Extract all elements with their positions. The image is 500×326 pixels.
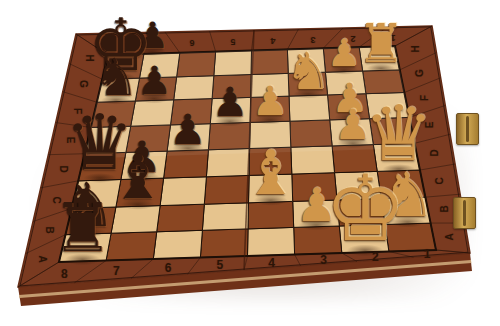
rank-label-far-5: 5 [230,36,235,45]
rank-label-near-4: 4 [268,257,275,269]
square-c6 [160,177,206,206]
square-a6 [153,230,202,259]
file-label-right-H: H [411,45,421,52]
piece-black-rook-a8: ♜ [52,196,112,263]
chess-set-photo: 8877665544332211AABBCCDDEEFFGGHH ♟♜♟♚♞♟♞… [0,0,500,326]
file-label-right-C: C [435,178,445,185]
rank-label-far-6: 6 [190,37,195,46]
square-b5 [202,203,248,231]
file-label-left-G: G [78,80,88,88]
rank-label-near-1: 1 [424,248,431,260]
file-label-left-A: A [37,256,47,263]
rank-label-near-5: 5 [217,259,224,271]
rank-label-near-7: 7 [113,265,120,277]
rank-label-near-8: 8 [61,268,68,280]
square-a4 [248,227,295,256]
file-label-right-G: G [415,69,425,77]
piece-white-pawn-h2: ♟ [327,34,361,72]
piece-black-bishop-c7: ♝ [111,147,166,208]
piece-white-pawn-f4: ♟ [252,82,288,122]
file-label-right-B: B [440,206,450,213]
piece-white-rook-h1: ♜ [357,18,405,71]
piece-black-pawn-g7: ♟ [137,62,172,101]
piece-black-pawn-f5: ♟ [212,83,248,123]
brass-hinge-bottom [453,197,476,229]
rank-label-near-6: 6 [165,262,172,274]
piece-black-pawn-e6: ♟ [169,109,206,151]
piece-white-king-a2: ♚ [324,164,406,255]
brass-hinge-top [456,113,479,145]
square-a5 [200,229,248,258]
rank-label-far-4: 4 [270,35,275,44]
file-label-right-A: A [445,234,455,241]
piece-black-knight-g8: ♞ [93,51,139,102]
piece-white-knight-g3: ♞ [285,45,331,96]
piece-white-bishop-c4: ♝ [243,142,298,203]
